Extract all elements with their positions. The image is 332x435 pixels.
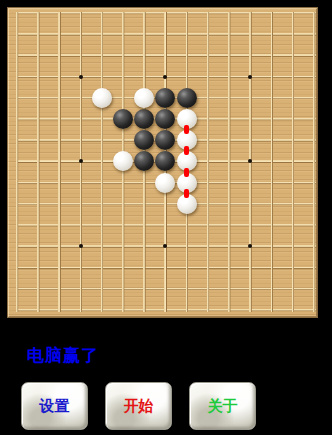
black-stone — [177, 88, 197, 108]
white-stone — [92, 88, 112, 108]
status-text: 电脑赢了 — [27, 344, 99, 367]
about-button[interactable]: 关于 — [189, 382, 256, 430]
winning-line-dash — [184, 189, 189, 198]
winning-line-dash — [184, 146, 189, 155]
gomoku-board[interactable] — [7, 7, 318, 318]
star-point — [79, 75, 83, 79]
settings-button[interactable]: 设置 — [21, 382, 88, 430]
white-stone — [134, 88, 154, 108]
winning-line-dash — [184, 125, 189, 134]
start-button[interactable]: 开始 — [105, 382, 172, 430]
winning-line-dash — [184, 168, 189, 177]
black-stone — [113, 109, 133, 129]
